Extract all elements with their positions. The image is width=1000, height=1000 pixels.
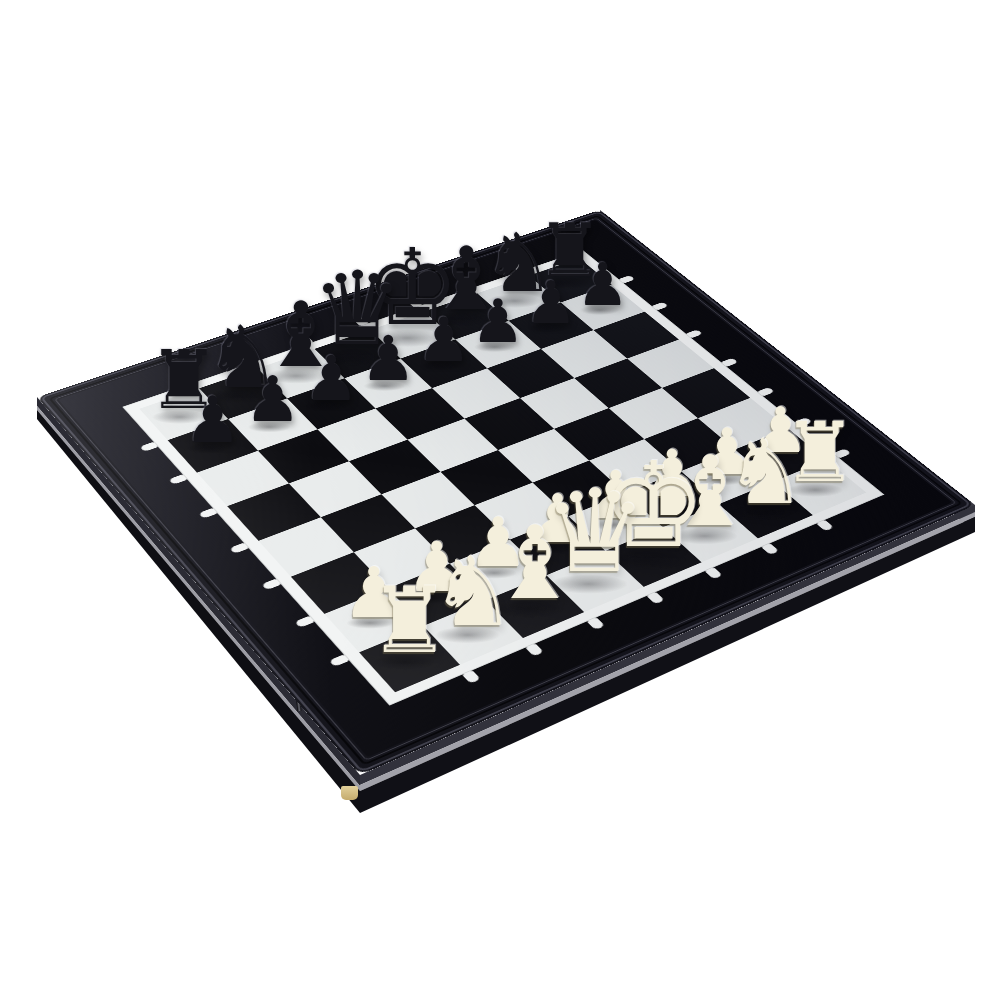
product-photo-scene: ♜♞♝♛♚♝♞♜♟♟♟♟♟♟♟♟♟♟♟♟♟♟♟♟♜♞♝♛♚♝♞♜: [0, 0, 1000, 1000]
chess-board: [37, 210, 975, 775]
latch-foot: [341, 786, 358, 800]
board-squares-grid: [139, 258, 866, 692]
